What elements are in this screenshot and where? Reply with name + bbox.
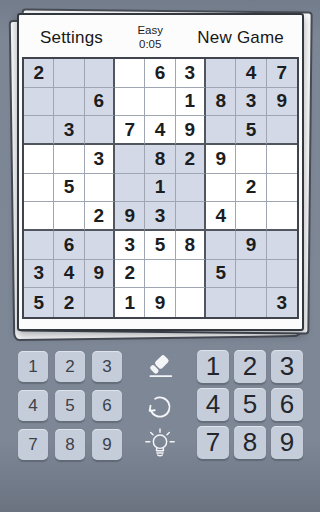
grid-cell-r2c6[interactable]: 1	[176, 88, 206, 117]
numpad-notes: 123456789	[18, 351, 122, 460]
note-number-button-2[interactable]: 2	[55, 351, 85, 382]
grid-cell-r2c9[interactable]: 9	[267, 88, 297, 117]
grid-cell-r8c8[interactable]	[236, 260, 266, 289]
grid-cell-r1c6[interactable]: 3	[176, 59, 206, 88]
new-game-button[interactable]: New Game	[197, 28, 284, 48]
undo-button[interactable]	[141, 388, 179, 424]
grid-cell-r6c1[interactable]	[24, 202, 54, 231]
grid-cell-r5c8[interactable]: 2	[236, 174, 266, 203]
grid-cell-r9c2[interactable]: 2	[54, 288, 84, 317]
grid-cell-r3c9[interactable]	[267, 116, 297, 145]
grid-cell-r7c8[interactable]: 9	[236, 231, 266, 260]
grid-cell-r8c9[interactable]	[267, 260, 297, 289]
note-number-button-4[interactable]: 4	[18, 390, 48, 421]
number-button-1[interactable]: 1	[197, 350, 229, 383]
grid-cell-r7c6[interactable]: 8	[176, 231, 206, 260]
number-button-6[interactable]: 6	[271, 388, 303, 421]
grid-cell-r2c8[interactable]: 3	[236, 88, 266, 117]
grid-cell-r9c9[interactable]: 3	[267, 288, 297, 317]
grid-cell-r4c6[interactable]: 2	[176, 145, 206, 174]
grid-cell-r1c1[interactable]: 2	[24, 59, 54, 88]
difficulty-label: Easy	[137, 24, 163, 36]
grid-cell-r6c4[interactable]: 9	[115, 202, 145, 231]
grid-cell-r5c5[interactable]: 1	[145, 174, 175, 203]
grid-cell-r7c7[interactable]	[206, 231, 236, 260]
grid-cell-r2c2[interactable]	[54, 88, 84, 117]
grid-cell-r4c4[interactable]	[115, 145, 145, 174]
grid-cell-r1c5[interactable]: 6	[145, 59, 175, 88]
grid-cell-r5c2[interactable]: 5	[54, 174, 84, 203]
grid-cell-r5c3[interactable]	[85, 174, 115, 203]
timer-label: 0:05	[139, 38, 161, 50]
grid-cell-r9c1[interactable]: 5	[24, 288, 54, 317]
number-button-9[interactable]: 9	[271, 426, 303, 459]
grid-cell-r9c4[interactable]: 1	[115, 288, 145, 317]
sudoku-grid: 2634761839374953829512293463589349255219…	[22, 57, 299, 319]
paper-sheet-front: Settings Easy 0:05 New Game 263476183937…	[17, 13, 304, 331]
grid-cell-r8c1[interactable]: 3	[24, 260, 54, 289]
grid-cell-r6c5[interactable]: 3	[145, 202, 175, 231]
grid-cell-r3c7[interactable]	[206, 116, 236, 145]
grid-cell-r3c3[interactable]	[85, 116, 115, 145]
grid-cell-r7c3[interactable]	[85, 231, 115, 260]
grid-cell-r4c9[interactable]	[267, 145, 297, 174]
note-number-button-6[interactable]: 6	[92, 390, 122, 421]
grid-cell-r7c5[interactable]: 5	[145, 231, 175, 260]
grid-cell-r2c7[interactable]: 8	[206, 88, 236, 117]
grid-cell-r3c4[interactable]: 7	[115, 116, 145, 145]
grid-cell-r5c1[interactable]	[24, 174, 54, 203]
number-button-7[interactable]: 7	[197, 426, 229, 459]
number-button-3[interactable]: 3	[271, 350, 303, 383]
note-number-button-3[interactable]: 3	[92, 351, 122, 382]
grid-cell-r8c3[interactable]: 9	[85, 260, 115, 289]
number-button-4[interactable]: 4	[197, 388, 229, 421]
grid-cell-r5c9[interactable]	[267, 174, 297, 203]
eraser-icon	[143, 350, 177, 384]
grid-cell-r9c7[interactable]	[206, 288, 236, 317]
grid-cell-r2c4[interactable]	[115, 88, 145, 117]
grid-cell-r8c6[interactable]	[176, 260, 206, 289]
grid-cell-r3c1[interactable]	[24, 116, 54, 145]
difficulty-timer-block: Easy 0:05	[137, 24, 163, 52]
grid-cell-r8c2[interactable]: 4	[54, 260, 84, 289]
grid-cell-r9c5[interactable]: 9	[145, 288, 175, 317]
grid-cell-r6c9[interactable]	[267, 202, 297, 231]
grid-cell-r2c1[interactable]	[24, 88, 54, 117]
grid-cell-r4c1[interactable]	[24, 145, 54, 174]
grid-cell-r6c7[interactable]: 4	[206, 202, 236, 231]
numpad-main: 123456789	[197, 350, 303, 459]
board-header: Settings Easy 0:05 New Game	[19, 15, 302, 56]
grid-cell-r6c8[interactable]	[236, 202, 266, 231]
grid-cell-r4c3[interactable]: 3	[85, 145, 115, 174]
lightbulb-icon	[142, 428, 178, 466]
grid-cell-r1c7[interactable]	[206, 59, 236, 88]
grid-cell-r5c4[interactable]	[115, 174, 145, 203]
sudoku-board-card: Settings Easy 0:05 New Game 263476183937…	[17, 13, 304, 331]
grid-cell-r3c5[interactable]: 4	[145, 116, 175, 145]
grid-cell-r8c4[interactable]: 2	[115, 260, 145, 289]
grid-cell-r1c3[interactable]	[85, 59, 115, 88]
note-number-button-5[interactable]: 5	[55, 390, 85, 421]
note-number-button-7[interactable]: 7	[18, 429, 48, 460]
grid-cell-r7c1[interactable]	[24, 231, 54, 260]
hint-button[interactable]	[141, 427, 179, 467]
undo-icon	[144, 390, 176, 423]
grid-cell-r5c6[interactable]	[176, 174, 206, 203]
grid-cell-r8c5[interactable]	[145, 260, 175, 289]
grid-cell-r1c2[interactable]	[54, 59, 84, 88]
note-number-button-1[interactable]: 1	[18, 351, 48, 382]
grid-cell-r9c3[interactable]	[85, 288, 115, 317]
settings-button[interactable]: Settings	[40, 28, 103, 48]
grid-cell-r1c8[interactable]: 4	[236, 59, 266, 88]
number-button-5[interactable]: 5	[234, 388, 266, 421]
grid-cell-r6c2[interactable]	[54, 202, 84, 231]
grid-cell-r3c6[interactable]: 9	[176, 116, 206, 145]
grid-cell-r4c2[interactable]	[54, 145, 84, 174]
grid-cell-r9c6[interactable]	[176, 288, 206, 317]
grid-cell-r9c8[interactable]	[236, 288, 266, 317]
grid-cell-r5c7[interactable]	[206, 174, 236, 203]
number-button-2[interactable]: 2	[234, 350, 266, 383]
grid-cell-r2c5[interactable]	[145, 88, 175, 117]
grid-cell-r6c6[interactable]	[176, 202, 206, 231]
grid-cell-r4c8[interactable]	[236, 145, 266, 174]
grid-cell-r3c8[interactable]: 5	[236, 116, 266, 145]
grid-cell-r4c7[interactable]: 9	[206, 145, 236, 174]
grid-cell-r3c2[interactable]: 3	[54, 116, 84, 145]
tool-column	[141, 349, 179, 467]
grid-cell-r1c9[interactable]: 7	[267, 59, 297, 88]
grid-cell-r1c4[interactable]	[115, 59, 145, 88]
grid-cell-r7c2[interactable]: 6	[54, 231, 84, 260]
grid-cell-r2c3[interactable]: 6	[85, 88, 115, 117]
grid-cell-r7c4[interactable]: 3	[115, 231, 145, 260]
note-number-button-9[interactable]: 9	[92, 429, 122, 460]
grid-cell-r4c5[interactable]: 8	[145, 145, 175, 174]
note-number-button-8[interactable]: 8	[55, 429, 85, 460]
grid-cell-r8c7[interactable]: 5	[206, 260, 236, 289]
eraser-button[interactable]	[141, 349, 179, 385]
grid-cell-r6c3[interactable]: 2	[85, 202, 115, 231]
number-button-8[interactable]: 8	[234, 426, 266, 459]
grid-cell-r7c9[interactable]	[267, 231, 297, 260]
